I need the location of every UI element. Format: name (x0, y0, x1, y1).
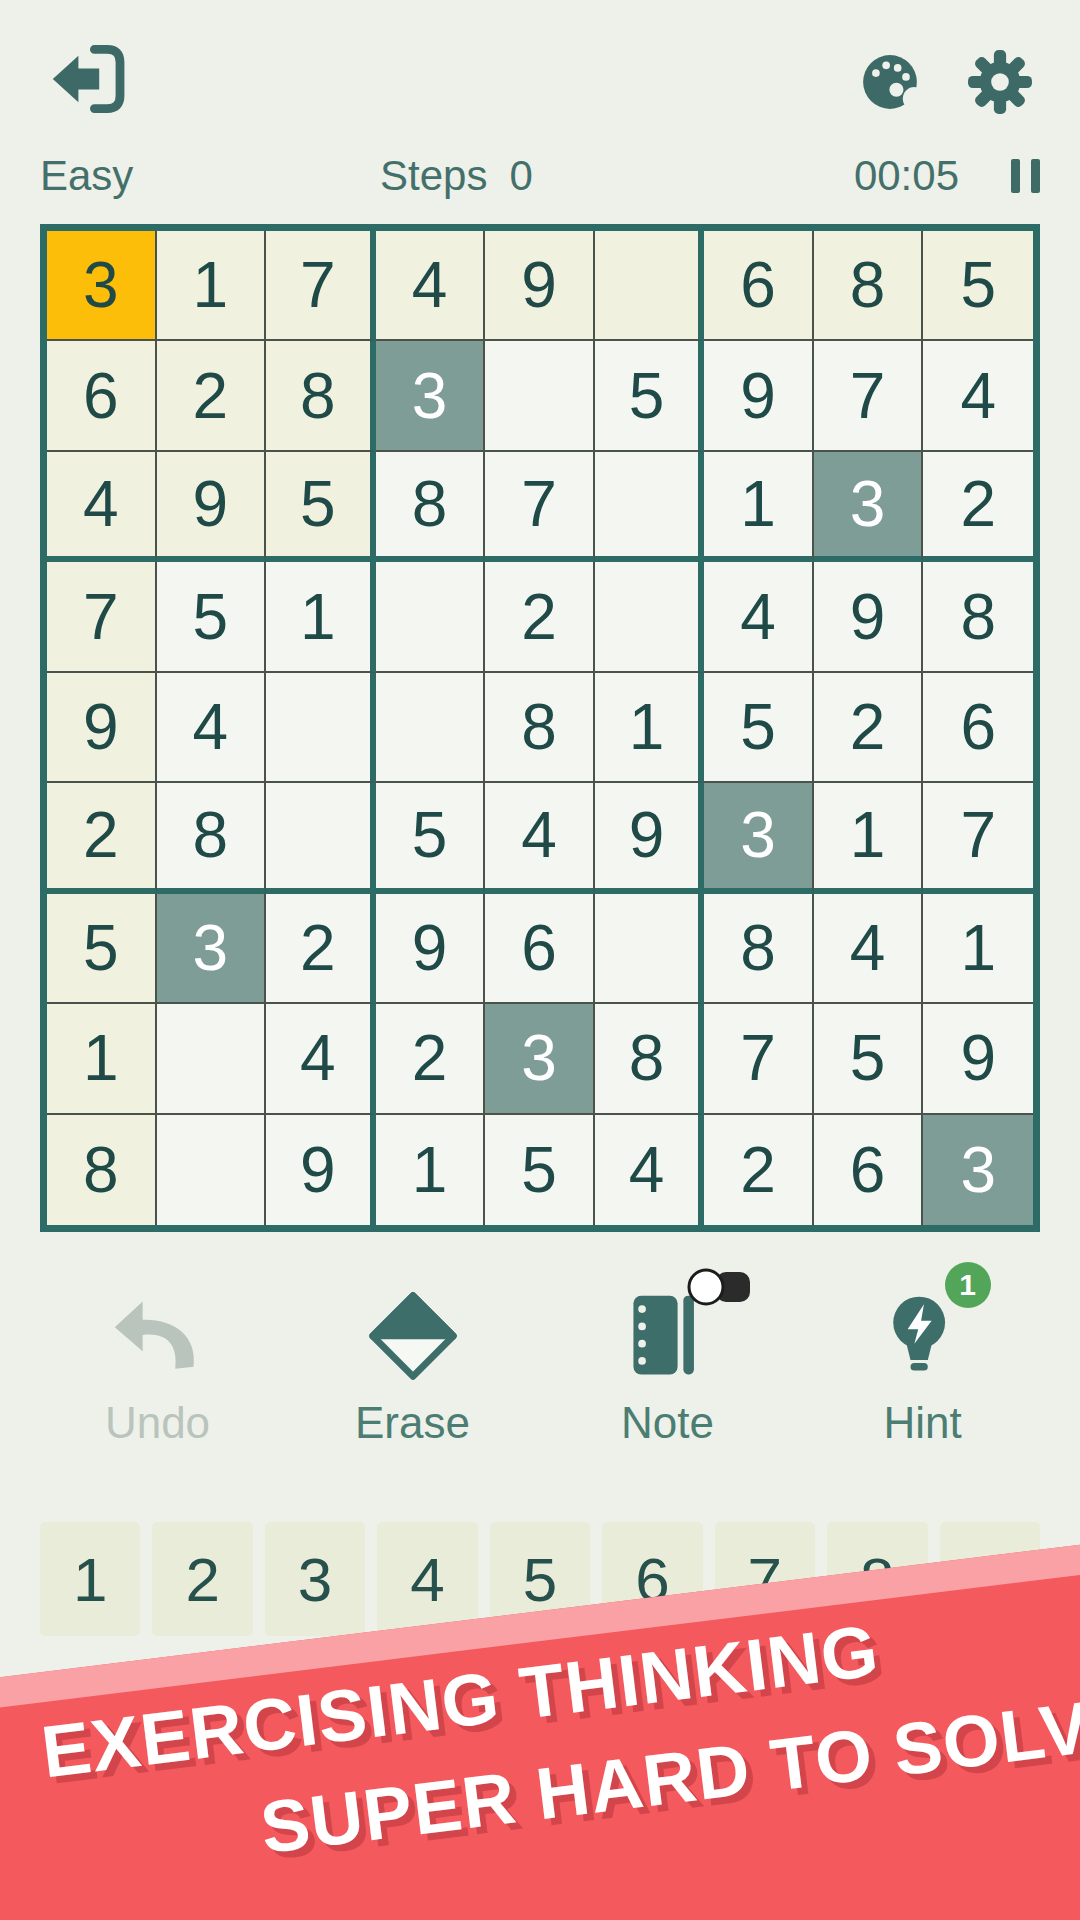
cell-r9c1[interactable]: 8 (47, 1115, 157, 1225)
cell-r6c9[interactable]: 7 (923, 783, 1033, 893)
back-exit-icon (48, 104, 128, 119)
cell-r5c4[interactable] (376, 673, 486, 783)
numpad-key-8[interactable]: 8 (827, 1522, 927, 1636)
cell-r2c2[interactable]: 2 (157, 341, 267, 451)
cell-r3c6[interactable] (595, 452, 705, 562)
cell-r7c8[interactable]: 4 (814, 894, 924, 1004)
cell-r5c7[interactable]: 5 (704, 673, 814, 783)
cell-r7c2[interactable]: 3 (157, 894, 267, 1004)
gear-icon (966, 104, 1034, 119)
cell-r3c5[interactable]: 7 (485, 452, 595, 562)
undo-button[interactable]: Undo (48, 1280, 268, 1448)
status-bar: Easy Steps 0 00:05 (40, 152, 1040, 204)
toolbar: Undo Erase (30, 1280, 1050, 1455)
cell-r9c3[interactable]: 9 (266, 1115, 376, 1225)
cell-r1c4[interactable]: 4 (376, 231, 486, 341)
cell-r9c5[interactable]: 5 (485, 1115, 595, 1225)
cell-r7c7[interactable]: 8 (704, 894, 814, 1004)
cell-r2c9[interactable]: 4 (923, 341, 1033, 451)
header-right-icons (858, 48, 1034, 116)
steps-label: Steps (380, 152, 487, 200)
cell-r1c3[interactable]: 7 (266, 231, 376, 341)
hint-count-badge: 1 (945, 1262, 991, 1308)
cell-r6c4[interactable]: 5 (376, 783, 486, 893)
cell-r7c1[interactable]: 5 (47, 894, 157, 1004)
cell-r2c5[interactable] (485, 341, 595, 451)
cell-r5c3[interactable] (266, 673, 376, 783)
cell-r4c5[interactable]: 2 (485, 562, 595, 672)
timer-value: 00:05 (854, 152, 959, 200)
cell-r5c6[interactable]: 1 (595, 673, 705, 783)
cell-r4c3[interactable]: 1 (266, 562, 376, 672)
erase-button[interactable]: Erase (303, 1280, 523, 1448)
cell-r7c6[interactable] (595, 894, 705, 1004)
cell-r3c8[interactable]: 3 (814, 452, 924, 562)
cell-r6c6[interactable]: 9 (595, 783, 705, 893)
cell-r1c2[interactable]: 1 (157, 231, 267, 341)
palette-icon (858, 102, 922, 117)
cell-r3c4[interactable]: 8 (376, 452, 486, 562)
cell-r4c6[interactable] (595, 562, 705, 672)
cell-r5c1[interactable]: 9 (47, 673, 157, 783)
cell-r8c5[interactable]: 3 (485, 1004, 595, 1114)
cell-r2c8[interactable]: 7 (814, 341, 924, 451)
cell-r4c2[interactable]: 5 (157, 562, 267, 672)
steps-counter: Steps 0 (380, 152, 533, 200)
note-toggle-off-icon[interactable] (686, 1264, 762, 1315)
numpad-key-2[interactable]: 2 (152, 1522, 252, 1636)
cell-r9c8[interactable]: 6 (814, 1115, 924, 1225)
cell-r1c1[interactable]: 3 (47, 231, 157, 341)
cell-r1c6[interactable] (595, 231, 705, 341)
cell-r6c2[interactable]: 8 (157, 783, 267, 893)
sudoku-board: 3174968562835974495871327512498948152628… (40, 224, 1040, 1232)
cell-r4c7[interactable]: 4 (704, 562, 814, 672)
undo-icon (110, 1280, 206, 1384)
cell-r1c9[interactable]: 5 (923, 231, 1033, 341)
undo-label: Undo (105, 1398, 210, 1448)
promo-line2: SUPER HARD TO SOLVE (255, 1669, 1080, 1879)
cell-r3c2[interactable]: 9 (157, 452, 267, 562)
pause-icon (1031, 159, 1040, 193)
cell-r9c6[interactable]: 4 (595, 1115, 705, 1225)
number-pad: 123456789 (40, 1522, 1040, 1636)
cell-r2c6[interactable]: 5 (595, 341, 705, 451)
cell-r3c1[interactable]: 4 (47, 452, 157, 562)
cell-r9c9[interactable]: 3 (923, 1115, 1033, 1225)
settings-button[interactable] (966, 48, 1034, 116)
cell-r8c8[interactable]: 5 (814, 1004, 924, 1114)
pause-button[interactable] (1011, 156, 1040, 196)
cell-r1c8[interactable]: 8 (814, 231, 924, 341)
back-exit-button[interactable] (48, 42, 128, 116)
cell-r5c9[interactable]: 6 (923, 673, 1033, 783)
cell-r4c4[interactable] (376, 562, 486, 672)
erase-label: Erase (355, 1398, 470, 1448)
cell-r6c7[interactable]: 3 (704, 783, 814, 893)
cell-r2c4[interactable]: 3 (376, 341, 486, 451)
cell-r6c5[interactable]: 4 (485, 783, 595, 893)
note-button[interactable]: Note (558, 1280, 778, 1448)
eraser-icon (365, 1280, 461, 1384)
note-label: Note (621, 1398, 714, 1448)
cell-r6c3[interactable] (266, 783, 376, 893)
cell-r4c1[interactable]: 7 (47, 562, 157, 672)
numpad-key-4[interactable]: 4 (377, 1522, 477, 1636)
cell-r8c9[interactable]: 9 (923, 1004, 1033, 1114)
cell-r9c4[interactable]: 1 (376, 1115, 486, 1225)
numpad-key-5[interactable]: 5 (490, 1522, 590, 1636)
cell-r6c8[interactable]: 1 (814, 783, 924, 893)
cell-r8c6[interactable]: 8 (595, 1004, 705, 1114)
cell-r5c2[interactable]: 4 (157, 673, 267, 783)
cell-r8c1[interactable]: 1 (47, 1004, 157, 1114)
cell-r8c3[interactable]: 4 (266, 1004, 376, 1114)
cell-r3c7[interactable]: 1 (704, 452, 814, 562)
numpad-key-7[interactable]: 7 (715, 1522, 815, 1636)
cell-r2c1[interactable]: 6 (47, 341, 157, 451)
pause-icon (1011, 159, 1020, 193)
cell-r3c9[interactable]: 2 (923, 452, 1033, 562)
hint-button[interactable]: 1 Hint (813, 1280, 1033, 1448)
cell-r1c7[interactable]: 6 (704, 231, 814, 341)
cell-r1c5[interactable]: 9 (485, 231, 595, 341)
cell-r4c9[interactable]: 8 (923, 562, 1033, 672)
cell-r9c2[interactable] (157, 1115, 267, 1225)
cell-r2c7[interactable]: 9 (704, 341, 814, 451)
cell-r8c7[interactable]: 7 (704, 1004, 814, 1114)
cell-r6c1[interactable]: 2 (47, 783, 157, 893)
cell-r5c5[interactable]: 8 (485, 673, 595, 783)
cell-r3c3[interactable]: 5 (266, 452, 376, 562)
sudoku-app-screen: Easy Steps 0 00:05 317496856283597449587… (0, 0, 1080, 1920)
numpad-key-3[interactable]: 3 (265, 1522, 365, 1636)
cell-r4c8[interactable]: 9 (814, 562, 924, 672)
numpad-key-6[interactable]: 6 (602, 1522, 702, 1636)
cell-r8c2[interactable] (157, 1004, 267, 1114)
steps-value: 0 (509, 152, 532, 200)
cell-r2c3[interactable]: 8 (266, 341, 376, 451)
hint-label: Hint (883, 1398, 961, 1448)
cell-r5c8[interactable]: 2 (814, 673, 924, 783)
cell-r7c3[interactable]: 2 (266, 894, 376, 1004)
cell-r7c9[interactable]: 1 (923, 894, 1033, 1004)
numpad-key-9[interactable]: 9 (940, 1522, 1040, 1636)
numpad-key-1[interactable]: 1 (40, 1522, 140, 1636)
cell-r9c7[interactable]: 2 (704, 1115, 814, 1225)
cell-r7c4[interactable]: 9 (376, 894, 486, 1004)
difficulty-label: Easy (40, 152, 133, 200)
theme-button[interactable] (858, 50, 922, 114)
cell-r8c4[interactable]: 2 (376, 1004, 486, 1114)
cell-r7c5[interactable]: 6 (485, 894, 595, 1004)
